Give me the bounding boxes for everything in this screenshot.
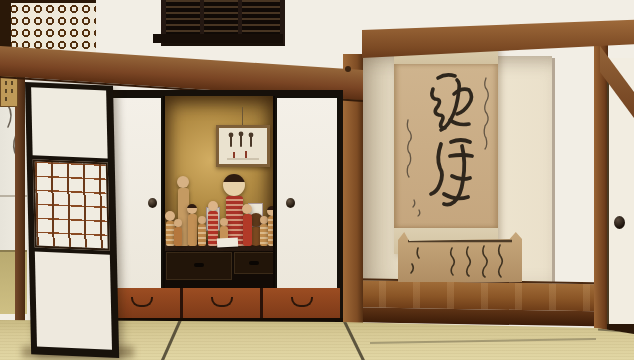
kokeshi-doll (174, 219, 182, 246)
fusuma-pull-icon (286, 198, 295, 208)
doll-head (220, 218, 228, 226)
drawer-row (103, 288, 340, 318)
shoji-lower-panel (35, 251, 112, 349)
shoji-door (25, 82, 119, 358)
drawer-pull-icon (249, 261, 259, 265)
picture-cord (242, 107, 243, 125)
drawer (263, 288, 340, 318)
doll-head (223, 174, 245, 196)
wooden-sign (0, 75, 18, 107)
drawer-handle-icon (131, 297, 153, 307)
cabinet-fusuma-right (275, 96, 339, 292)
hanging-calligraphy-scroll (394, 40, 498, 254)
doll-head (274, 216, 275, 224)
shelf-undercabinet (165, 251, 273, 292)
fusuma-pull-icon (148, 198, 157, 208)
small-drawer (167, 253, 231, 279)
doll-head (177, 176, 189, 188)
platform-surface (345, 278, 595, 311)
kokeshi-display-cabinet (100, 90, 343, 324)
picture-content (219, 128, 267, 164)
drawer (183, 288, 260, 318)
doll-head (267, 206, 275, 216)
framed-picture (216, 125, 270, 167)
kokeshi-doll (267, 206, 275, 246)
doll-body (198, 224, 206, 246)
drawer-handle-icon (211, 297, 233, 307)
scroll-calligraphy (394, 64, 498, 228)
japanese-room-photo: 詠歸 (0, 0, 634, 360)
tokonoma-platform (345, 278, 595, 326)
doll-head (208, 201, 218, 211)
doll-body (274, 224, 275, 246)
tatami-seam (160, 317, 182, 360)
pillar-peg (345, 66, 351, 72)
drawer-pull-icon (194, 263, 204, 267)
tatami-seam (342, 318, 366, 360)
shoji-upper-panel (31, 87, 108, 158)
kokeshi-doll (187, 204, 197, 246)
fusuma-pull-icon (614, 216, 625, 229)
kokeshi-doll (198, 216, 206, 246)
small-drawer (235, 253, 273, 273)
drawer-handle-icon (291, 297, 313, 307)
grille-sill (153, 34, 283, 43)
doll-body (188, 214, 197, 246)
kokeshi-doll (274, 216, 275, 246)
doll-body (243, 214, 252, 246)
alcove-opening (163, 96, 275, 292)
sign-text-marks (1, 76, 17, 106)
label-card (217, 237, 238, 247)
doll-body (268, 216, 276, 246)
tokonoma-corner-shadow (552, 58, 555, 282)
kokeshi-doll (242, 204, 252, 246)
tatami-seam (370, 338, 596, 344)
doll-head (198, 216, 206, 224)
doll-head (242, 204, 252, 214)
right-pillar (594, 38, 608, 332)
doll-head (187, 204, 197, 214)
doll-head (174, 219, 182, 227)
shoji-lattice-window (33, 159, 110, 250)
doll-body (174, 227, 182, 246)
scroll-paper (394, 64, 498, 228)
